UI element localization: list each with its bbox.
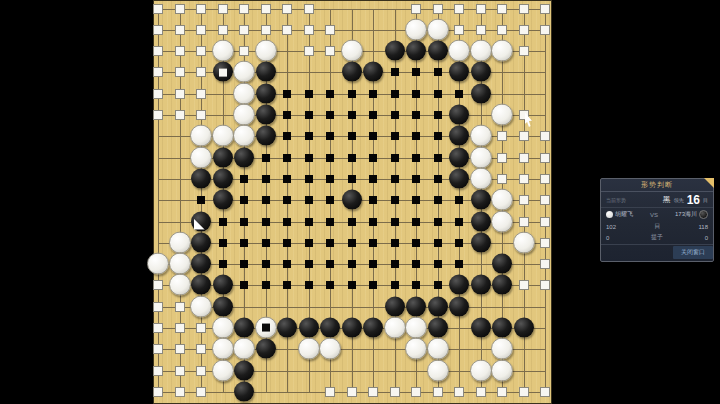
black-territory-marker (305, 90, 313, 98)
white-territory-marker (540, 4, 550, 14)
white-territory-marker (153, 302, 163, 312)
black-territory-marker (391, 260, 399, 268)
black-stone (342, 190, 362, 210)
black-territory-marker (305, 260, 313, 268)
white-territory-marker (368, 387, 378, 397)
white-stone (491, 338, 513, 360)
black-territory-marker (369, 260, 377, 268)
white-territory-marker (540, 153, 550, 163)
black-stone (492, 254, 512, 274)
white-territory-marker (196, 110, 206, 120)
black-stone (256, 126, 276, 146)
black-territory-marker (455, 90, 463, 98)
black-territory-marker (219, 218, 227, 226)
black-stone (471, 275, 491, 295)
white-stone (233, 61, 255, 83)
black-stone (449, 126, 469, 146)
white-territory-marker (175, 89, 185, 99)
black-stone (213, 62, 233, 82)
black-territory-marker (326, 196, 334, 204)
black-territory-marker (412, 154, 420, 162)
white-territory-marker (497, 387, 507, 397)
players-row: 胡耀飞 VS 173海川 (601, 208, 713, 221)
black-territory-marker (434, 175, 442, 183)
black-territory-marker (369, 132, 377, 140)
white-stone (405, 317, 427, 339)
white-territory-marker (218, 25, 228, 35)
white-territory-marker (519, 25, 529, 35)
black-stone (471, 83, 491, 103)
black-territory-marker (348, 154, 356, 162)
black-stone (449, 296, 469, 316)
black-territory-marker (283, 111, 291, 119)
white-stone (233, 104, 255, 126)
close-row: 关闭窗口 (601, 244, 713, 259)
black-territory-marker (455, 196, 463, 204)
black-territory-marker (326, 90, 334, 98)
black-territory-marker (240, 281, 248, 289)
white-territory-marker (153, 67, 163, 77)
white-territory-marker (433, 4, 443, 14)
white-territory-marker (196, 387, 206, 397)
white-stone (233, 82, 255, 104)
white-stone (491, 210, 513, 232)
black-territory-marker (434, 281, 442, 289)
white-stone (405, 18, 427, 40)
cursor-arrow-icon (525, 112, 536, 127)
white-stone (470, 125, 492, 147)
black-territory-marker (434, 239, 442, 247)
black-territory-marker (240, 218, 248, 226)
white-territory-marker (540, 131, 550, 141)
black-stone (471, 211, 491, 231)
white-square-mark-icon (219, 68, 227, 76)
white-stone (233, 125, 255, 147)
white-captures: 0 (606, 235, 609, 241)
white-stone (169, 253, 191, 275)
black-territory-marker (348, 175, 356, 183)
white-stone (427, 359, 449, 381)
white-territory-marker (390, 387, 400, 397)
white-territory-marker (175, 4, 185, 14)
white-stone (491, 359, 513, 381)
black-stone (191, 211, 211, 231)
white-stone (169, 274, 191, 296)
black-territory-marker (391, 175, 399, 183)
white-territory-marker (454, 387, 464, 397)
black-stone (213, 147, 233, 167)
captures-row: 0 提子 0 (601, 232, 713, 243)
black-stone (213, 275, 233, 295)
black-stone (256, 105, 276, 125)
white-territory-marker (476, 4, 486, 14)
black-player-name: 173海川 (675, 210, 697, 219)
lead-status-row: 当前形势 黑 领先 16 目 (601, 192, 713, 208)
black-territory-marker (434, 154, 442, 162)
white-territory-marker (304, 46, 314, 56)
white-territory-marker (540, 195, 550, 205)
white-stone (491, 189, 513, 211)
black-territory-marker (391, 196, 399, 204)
black-territory-marker (326, 239, 334, 247)
white-stone (255, 317, 277, 339)
white-territory-marker (175, 46, 185, 56)
white-territory-marker (540, 387, 550, 397)
points-row: 102 目 118 (601, 221, 713, 232)
black-territory-marker (412, 196, 420, 204)
black-territory-marker (412, 239, 420, 247)
black-territory-marker (369, 175, 377, 183)
black-territory-marker (412, 132, 420, 140)
black-stone (191, 254, 211, 274)
white-territory-marker (519, 131, 529, 141)
black-territory-marker (455, 260, 463, 268)
white-territory-marker (540, 25, 550, 35)
black-stone (385, 41, 405, 61)
black-stone (471, 318, 491, 338)
white-territory-marker (497, 131, 507, 141)
white-stone (427, 338, 449, 360)
white-territory-marker (519, 4, 529, 14)
white-territory-marker (519, 153, 529, 163)
white-territory-marker (196, 344, 206, 354)
black-territory-marker (283, 154, 291, 162)
black-territory-marker (455, 239, 463, 247)
black-stone (428, 296, 448, 316)
white-player: 胡耀飞 (606, 210, 633, 219)
black-stone (492, 275, 512, 295)
black-territory-marker (262, 196, 270, 204)
white-territory-marker (476, 387, 486, 397)
white-territory-marker (519, 195, 529, 205)
black-territory-marker (369, 154, 377, 162)
white-territory-marker (175, 302, 185, 312)
white-territory-marker (325, 387, 335, 397)
black-territory-marker (348, 132, 356, 140)
lead-unit: 目 (703, 197, 708, 203)
white-stone (190, 146, 212, 168)
black-stone (234, 381, 254, 401)
white-territory-marker (196, 89, 206, 99)
black-territory-marker (412, 175, 420, 183)
mouse-cursor (525, 112, 536, 127)
black-stone (342, 318, 362, 338)
black-territory-marker (283, 281, 291, 289)
white-territory-marker (540, 238, 550, 248)
white-territory-marker (175, 344, 185, 354)
leading-color: 黑 (663, 194, 671, 205)
white-territory-marker (196, 323, 206, 333)
white-territory-marker (411, 4, 421, 14)
black-stone (449, 275, 469, 295)
white-stone (513, 231, 535, 253)
black-territory-marker (240, 239, 248, 247)
white-stone-icon (606, 211, 613, 218)
black-territory-marker (262, 218, 270, 226)
white-territory-marker (218, 4, 228, 14)
black-territory-marker (262, 175, 270, 183)
black-stone (363, 318, 383, 338)
black-territory-marker (262, 239, 270, 247)
white-territory-marker (497, 174, 507, 184)
white-territory-marker (261, 25, 271, 35)
white-stone (233, 338, 255, 360)
white-territory-marker (175, 67, 185, 77)
black-stone (213, 190, 233, 210)
white-stone (212, 125, 234, 147)
black-territory-marker (240, 196, 248, 204)
black-square-mark-icon (262, 324, 270, 332)
panel-title: 形势判断 (601, 179, 713, 192)
white-territory-marker (196, 4, 206, 14)
black-territory-marker (434, 132, 442, 140)
black-stone (492, 318, 512, 338)
white-stone (190, 125, 212, 147)
black-territory-marker (326, 154, 334, 162)
white-territory-marker (153, 280, 163, 290)
black-territory-marker (412, 111, 420, 119)
black-stone (449, 105, 469, 125)
white-territory-marker (153, 344, 163, 354)
white-stone (212, 338, 234, 360)
black-territory-marker (305, 154, 313, 162)
black-stone (320, 318, 340, 338)
white-points: 102 (606, 224, 616, 230)
white-territory-marker (175, 25, 185, 35)
white-stone (212, 317, 234, 339)
white-stone (405, 338, 427, 360)
black-stone (234, 360, 254, 380)
white-territory-marker (454, 25, 464, 35)
black-stone (471, 62, 491, 82)
black-territory-marker (348, 218, 356, 226)
white-territory-marker (325, 25, 335, 35)
black-territory-marker (412, 218, 420, 226)
white-territory-marker (519, 387, 529, 397)
black-territory-marker (391, 111, 399, 119)
black-stone-icon (699, 210, 708, 219)
black-territory-marker (369, 281, 377, 289)
black-stone (234, 318, 254, 338)
white-territory-marker (497, 4, 507, 14)
black-territory-marker (283, 132, 291, 140)
white-triangle-mark-icon (194, 219, 205, 230)
white-territory-marker (153, 387, 163, 397)
black-territory-marker (369, 239, 377, 247)
black-stone (191, 168, 211, 188)
black-territory-marker (434, 68, 442, 76)
black-territory-marker (348, 260, 356, 268)
white-territory-marker (304, 25, 314, 35)
white-stone (384, 317, 406, 339)
white-territory-marker (175, 110, 185, 120)
white-territory-marker (519, 217, 529, 227)
white-territory-marker (325, 46, 335, 56)
black-stone (449, 147, 469, 167)
black-territory-marker (348, 111, 356, 119)
black-player: 173海川 (675, 210, 708, 219)
black-stone (191, 275, 211, 295)
white-territory-marker (540, 217, 550, 227)
black-territory-marker (369, 90, 377, 98)
white-territory-marker (153, 46, 163, 56)
black-territory-marker (348, 281, 356, 289)
black-stone (449, 62, 469, 82)
black-territory-marker (391, 132, 399, 140)
panel-corner-fold-icon (704, 178, 714, 188)
white-territory-marker (153, 323, 163, 333)
black-territory-marker (283, 218, 291, 226)
white-stone (169, 231, 191, 253)
white-stone (470, 359, 492, 381)
black-territory-marker (326, 260, 334, 268)
black-territory-marker (219, 239, 227, 247)
white-stone (147, 253, 169, 275)
black-territory-marker (326, 218, 334, 226)
black-territory-marker (283, 239, 291, 247)
black-territory-marker (412, 260, 420, 268)
black-territory-marker (305, 111, 313, 119)
black-territory-marker (305, 281, 313, 289)
black-stone (256, 83, 276, 103)
white-territory-marker (282, 25, 292, 35)
black-stone (385, 296, 405, 316)
black-territory-marker (391, 218, 399, 226)
white-territory-marker (153, 366, 163, 376)
lead-text: 领先 (674, 197, 684, 203)
white-territory-marker (497, 25, 507, 35)
black-territory-marker (305, 239, 313, 247)
white-territory-marker (175, 387, 185, 397)
white-territory-marker (175, 323, 185, 333)
black-territory-marker (391, 90, 399, 98)
black-territory-marker (391, 239, 399, 247)
black-territory-marker (305, 175, 313, 183)
white-stone (448, 40, 470, 62)
white-stone (341, 40, 363, 62)
white-territory-marker (540, 174, 550, 184)
points-label: 目 (654, 222, 660, 231)
lead-value: 16 (687, 193, 700, 207)
white-territory-marker (540, 259, 550, 269)
black-stone (449, 168, 469, 188)
white-territory-marker (347, 387, 357, 397)
black-territory-marker (434, 218, 442, 226)
black-territory-marker (283, 260, 291, 268)
white-stone (470, 146, 492, 168)
black-territory-marker (326, 175, 334, 183)
black-territory-marker (262, 260, 270, 268)
black-territory-marker (455, 218, 463, 226)
black-stone (514, 318, 534, 338)
close-window-button[interactable]: 关闭窗口 (673, 246, 713, 259)
black-stone (342, 62, 362, 82)
white-stone (470, 167, 492, 189)
black-territory-marker (434, 111, 442, 119)
white-territory-marker (153, 4, 163, 14)
black-territory-marker (240, 175, 248, 183)
white-territory-marker (282, 4, 292, 14)
black-territory-marker (369, 218, 377, 226)
white-territory-marker (476, 25, 486, 35)
white-stone (491, 40, 513, 62)
black-stone (277, 318, 297, 338)
black-territory-marker (434, 260, 442, 268)
black-points: 118 (698, 224, 708, 230)
white-territory-marker (411, 387, 421, 397)
black-territory-marker (369, 196, 377, 204)
white-territory-marker (519, 174, 529, 184)
vs-label: VS (650, 212, 658, 218)
black-territory-marker (262, 154, 270, 162)
status-label: 当前形势 (606, 197, 626, 203)
white-territory-marker (153, 110, 163, 120)
black-stone (256, 339, 276, 359)
black-territory-marker (369, 111, 377, 119)
white-player-name: 胡耀飞 (615, 210, 633, 219)
black-stone (363, 62, 383, 82)
white-territory-marker (196, 46, 206, 56)
black-territory-marker (348, 239, 356, 247)
white-stone (319, 338, 341, 360)
app-screen: 形势判断 当前形势 黑 领先 16 目 胡耀飞 VS 173海川 102 目 1… (0, 0, 720, 404)
black-territory-marker (412, 90, 420, 98)
black-territory-marker (305, 196, 313, 204)
white-stone (427, 18, 449, 40)
white-stone (212, 359, 234, 381)
captures-label: 提子 (651, 233, 663, 242)
white-territory-marker (519, 280, 529, 290)
black-territory-marker (219, 260, 227, 268)
black-stone (406, 41, 426, 61)
white-territory-marker (175, 366, 185, 376)
white-territory-marker (519, 46, 529, 56)
black-stone (471, 190, 491, 210)
black-stone (299, 318, 319, 338)
black-territory-marker (283, 90, 291, 98)
white-stone (255, 40, 277, 62)
white-stone (212, 40, 234, 62)
go-board[interactable] (153, 0, 552, 404)
black-territory-marker (262, 281, 270, 289)
black-territory-marker (326, 281, 334, 289)
black-territory-marker (305, 218, 313, 226)
white-territory-marker (239, 4, 249, 14)
black-territory-marker (391, 281, 399, 289)
black-territory-marker (434, 90, 442, 98)
black-captures: 0 (705, 235, 708, 241)
white-territory-marker (261, 4, 271, 14)
black-stone (234, 147, 254, 167)
white-stone (190, 295, 212, 317)
white-territory-marker (497, 153, 507, 163)
black-territory-marker (197, 196, 205, 204)
black-territory-marker (283, 196, 291, 204)
white-territory-marker (196, 25, 206, 35)
black-stone (471, 232, 491, 252)
black-stone (256, 62, 276, 82)
black-territory-marker (391, 68, 399, 76)
black-stone (213, 168, 233, 188)
situation-analysis-panel: 形势判断 当前形势 黑 领先 16 目 胡耀飞 VS 173海川 102 目 1… (600, 178, 714, 262)
white-stone (298, 338, 320, 360)
white-territory-marker (433, 387, 443, 397)
black-territory-marker (391, 154, 399, 162)
white-territory-marker (196, 67, 206, 77)
black-territory-marker (412, 281, 420, 289)
white-stone (491, 104, 513, 126)
black-stone (191, 232, 211, 252)
